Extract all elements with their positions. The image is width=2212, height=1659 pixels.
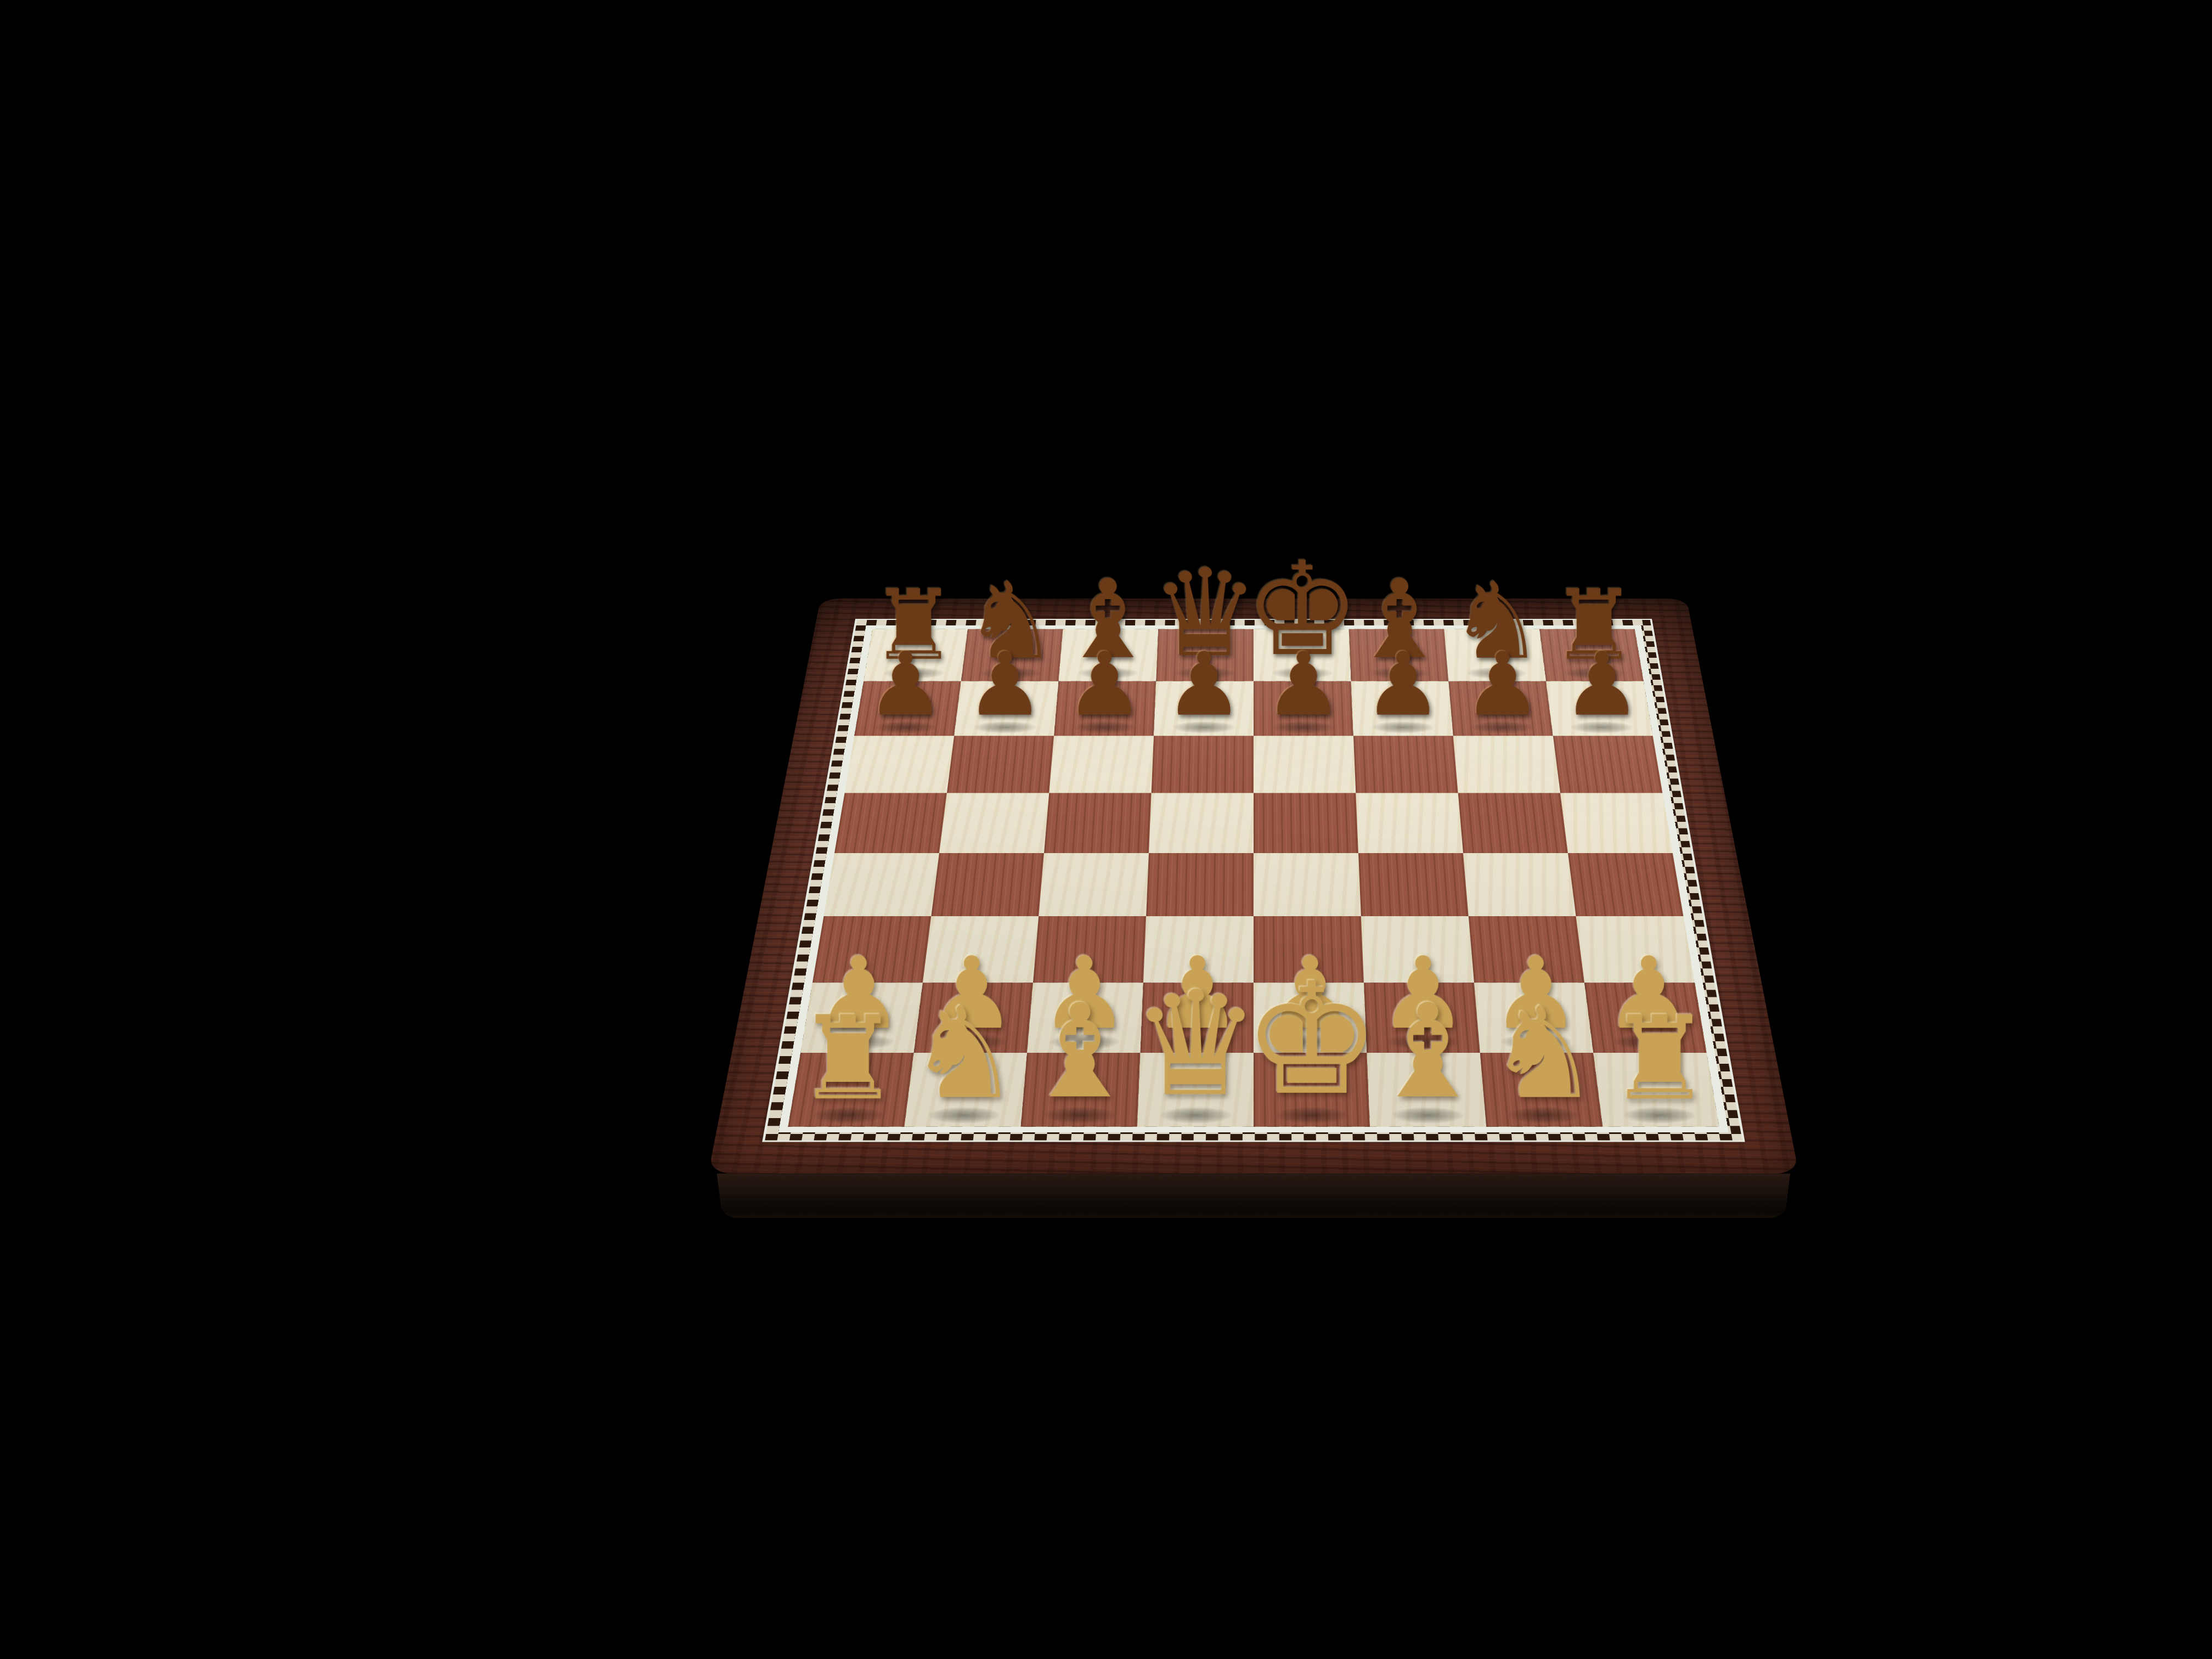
black-pawn-g7: ♟	[1463, 641, 1542, 729]
square-b7: ♟	[954, 681, 1058, 736]
square-e7: ♟	[1254, 681, 1353, 736]
square-d6	[1152, 736, 1254, 793]
square-f7: ♟	[1351, 681, 1453, 736]
white-knight-b1: ♞	[907, 990, 1020, 1116]
square-d4	[1146, 853, 1254, 916]
photo-background: ♜♞♝♛♚♝♞♜♟♟♟♟♟♟♟♟♟♟♟♟♟♟♟♟♜♞♝♛♚♝♞♜	[0, 0, 2212, 1659]
white-rook-h1: ♜	[1607, 1001, 1711, 1116]
square-d7: ♟	[1154, 681, 1254, 736]
square-g7: ♟	[1448, 681, 1553, 736]
square-e1: ♚	[1254, 1053, 1370, 1127]
square-h1: ♜	[1593, 1053, 1719, 1127]
square-f1: ♝	[1367, 1053, 1486, 1127]
square-c4	[1039, 853, 1149, 916]
square-h6	[1553, 736, 1663, 793]
square-h4	[1568, 853, 1684, 916]
white-bishop-c1: ♝	[1022, 986, 1138, 1116]
square-b6	[947, 736, 1054, 793]
playing-field: ♜♞♝♛♚♝♞♜♟♟♟♟♟♟♟♟♟♟♟♟♟♟♟♟♜♞♝♛♚♝♞♜	[778, 625, 1729, 1132]
square-b1: ♞	[905, 1053, 1028, 1127]
square-f5	[1356, 793, 1463, 853]
white-queen-d1: ♛	[1131, 972, 1260, 1116]
white-king-e1: ♚	[1243, 962, 1381, 1116]
chess-board: ♜♞♝♛♚♝♞♜♟♟♟♟♟♟♟♟♟♟♟♟♟♟♟♟♜♞♝♛♚♝♞♜	[708, 599, 1799, 1173]
black-pawn-a7: ♟	[866, 641, 945, 729]
black-pawn-c7: ♟	[1065, 641, 1143, 729]
board-side-edge	[717, 1173, 1791, 1218]
square-g4	[1463, 853, 1576, 916]
square-c5	[1044, 793, 1152, 853]
square-c6	[1049, 736, 1154, 793]
square-a7: ♟	[854, 681, 961, 736]
square-h7: ♟	[1546, 681, 1653, 736]
black-pawn-h7: ♟	[1562, 641, 1641, 729]
square-h5	[1560, 793, 1673, 853]
square-g6	[1453, 736, 1560, 793]
square-d1: ♛	[1137, 1053, 1254, 1127]
square-b5	[939, 793, 1049, 853]
square-a6	[845, 736, 955, 793]
square-c1: ♝	[1021, 1053, 1141, 1127]
square-c7: ♟	[1054, 681, 1156, 736]
black-pawn-b7: ♟	[966, 641, 1044, 729]
square-b4	[931, 853, 1044, 916]
square-g1: ♞	[1480, 1053, 1603, 1127]
square-a4	[823, 853, 939, 916]
square-d5	[1149, 793, 1254, 853]
square-e6	[1254, 736, 1356, 793]
black-pawn-d7: ♟	[1165, 641, 1243, 729]
black-pawn-f7: ♟	[1364, 641, 1442, 729]
white-rook-a1: ♜	[796, 1001, 899, 1116]
square-e5	[1254, 793, 1358, 853]
square-a5	[834, 793, 947, 853]
square-a1: ♜	[788, 1053, 913, 1127]
square-g5	[1458, 793, 1568, 853]
square-e4	[1254, 853, 1361, 916]
square-f4	[1358, 853, 1469, 916]
black-pawn-e7: ♟	[1264, 641, 1342, 729]
square-f6	[1353, 736, 1458, 793]
white-knight-g1: ♞	[1487, 990, 1600, 1116]
white-bishop-f1: ♝	[1369, 986, 1486, 1116]
